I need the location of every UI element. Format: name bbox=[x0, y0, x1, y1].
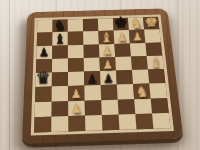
square-a6[interactable]: ♟ bbox=[36, 45, 52, 59]
square-a4[interactable]: ♛ bbox=[35, 72, 51, 87]
square-c2[interactable]: ♟ bbox=[68, 100, 85, 116]
board-margin: ♞♚♞♚♝♝♟♟♟♟♟♝♛♟♟♟♞♟ bbox=[31, 15, 174, 136]
square-h4[interactable] bbox=[148, 69, 166, 84]
square-a3[interactable] bbox=[35, 87, 52, 102]
square-d1[interactable] bbox=[85, 115, 102, 131]
piece-white-pawn[interactable]: ♟ bbox=[65, 103, 88, 116]
square-g3[interactable]: ♞ bbox=[133, 84, 151, 99]
piece-white-pawn[interactable]: ♟ bbox=[97, 59, 119, 71]
square-c3[interactable]: ♟ bbox=[68, 86, 85, 101]
square-g2[interactable] bbox=[134, 98, 152, 114]
piece-white-pawn[interactable]: ♟ bbox=[127, 31, 149, 43]
square-g1[interactable] bbox=[135, 113, 153, 129]
piece-white-bishop[interactable]: ♝ bbox=[144, 55, 166, 70]
square-b1[interactable] bbox=[51, 116, 68, 132]
square-c6[interactable] bbox=[68, 44, 84, 58]
piece-white-pawn[interactable]: ♟ bbox=[65, 88, 88, 101]
square-f2[interactable] bbox=[118, 99, 136, 115]
square-e7[interactable]: ♝ bbox=[98, 31, 114, 44]
square-e6[interactable]: ♟ bbox=[99, 44, 115, 58]
square-g7[interactable]: ♟ bbox=[129, 30, 145, 43]
square-a1[interactable] bbox=[34, 116, 51, 132]
piece-black-pawn[interactable]: ♟ bbox=[97, 73, 120, 85]
piece-white-king[interactable]: ♚ bbox=[141, 14, 162, 30]
board-perspective-wrapper: ♞♚♞♚♝♝♟♟♟♟♟♝♛♟♟♟♞♟ bbox=[22, 8, 184, 143]
square-g4[interactable] bbox=[132, 70, 149, 85]
square-e4[interactable]: ♟ bbox=[100, 71, 117, 86]
square-e5[interactable]: ♟ bbox=[99, 57, 116, 71]
square-f1[interactable] bbox=[119, 114, 137, 130]
square-e3[interactable] bbox=[101, 85, 118, 100]
square-a2[interactable] bbox=[35, 101, 52, 117]
square-h2[interactable] bbox=[151, 98, 169, 114]
square-b7[interactable]: ♝ bbox=[52, 32, 68, 45]
square-h1[interactable] bbox=[152, 113, 170, 129]
piece-black-bishop[interactable]: ♝ bbox=[49, 31, 71, 45]
square-e2[interactable] bbox=[101, 99, 118, 115]
square-c1[interactable] bbox=[68, 115, 85, 131]
piece-white-knight[interactable]: ♞ bbox=[131, 84, 154, 99]
piece-black-queen[interactable]: ♛ bbox=[32, 70, 55, 87]
board-frame: ♞♚♞♚♝♝♟♟♟♟♟♝♛♟♟♟♞♟ bbox=[22, 8, 184, 143]
square-c5[interactable] bbox=[68, 58, 84, 72]
piece-white-pawn[interactable]: ♟ bbox=[96, 45, 118, 57]
square-h5[interactable]: ♝ bbox=[147, 55, 164, 69]
square-e1[interactable] bbox=[102, 114, 120, 130]
piece-white-bishop[interactable]: ♝ bbox=[96, 30, 118, 44]
chess-board[interactable]: ♞♚♞♚♝♝♟♟♟♟♟♝♛♟♟♟♞♟ bbox=[34, 17, 170, 133]
square-d8[interactable] bbox=[83, 19, 99, 32]
square-h8[interactable]: ♚ bbox=[143, 17, 159, 30]
square-g6[interactable] bbox=[130, 43, 147, 57]
table-background: ♞♚♞♚♝♝♟♟♟♟♟♝♛♟♟♟♞♟ bbox=[0, 0, 200, 150]
piece-black-pawn[interactable]: ♟ bbox=[33, 47, 55, 59]
